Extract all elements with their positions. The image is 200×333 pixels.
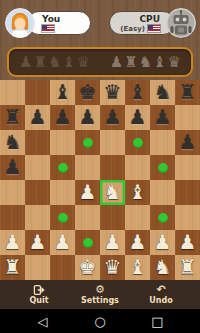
square-e8[interactable]: ♛ (100, 80, 125, 105)
square-h5[interactable] (175, 155, 200, 180)
legal-move-dot (158, 163, 168, 173)
black-knight: ♞ (150, 80, 175, 105)
square-h2[interactable]: ♟ (175, 230, 200, 255)
square-b4[interactable] (25, 180, 50, 205)
settings-gear-icon: ⚙ (95, 284, 105, 296)
square-g3[interactable] (150, 205, 175, 230)
settings-button[interactable]: ⚙ Settings (78, 284, 122, 305)
legal-move-dot (58, 213, 68, 223)
legal-move-dot (58, 163, 68, 173)
square-e2[interactable]: ♟ (100, 230, 125, 255)
ghost-knight-icon: ♞ (48, 51, 61, 73)
square-f6[interactable] (125, 130, 150, 155)
cpu-level: (Easy) (120, 25, 145, 33)
square-e6[interactable] (100, 130, 125, 155)
white-king: ♚ (75, 255, 100, 280)
white-bishop: ♝ (125, 180, 150, 205)
square-f8[interactable]: ♝ (125, 80, 150, 105)
ghost-pawn-icon: ♟ (110, 51, 123, 73)
square-e5[interactable] (100, 155, 125, 180)
ghost-knight-icon: ♞ (139, 51, 152, 73)
legal-move-dot (83, 138, 93, 148)
square-a8[interactable] (0, 80, 25, 105)
ghost-rook-icon: ♜ (33, 51, 46, 73)
black-pawn: ♟ (150, 105, 175, 130)
android-recents-icon[interactable]: □ (143, 315, 173, 328)
undo-arrow-icon: ↶ (156, 284, 165, 296)
square-h6[interactable]: ♟ (175, 130, 200, 155)
player-card-you: You (5, 8, 91, 38)
you-us-flag-icon (42, 25, 54, 32)
square-f7[interactable]: ♟ (125, 105, 150, 130)
captured-black-ghosts: ♟♜♞♝♛ (19, 51, 90, 73)
square-d4[interactable]: ♟ (75, 180, 100, 205)
white-bishop: ♝ (125, 255, 150, 280)
android-home-icon[interactable]: ○ (85, 315, 115, 328)
player-card-cpu: CPU (Easy) (109, 8, 196, 38)
ghost-rook-icon: ♜ (124, 51, 137, 73)
square-a3[interactable] (0, 205, 25, 230)
square-g4[interactable] (150, 180, 175, 205)
square-b7[interactable]: ♟ (25, 105, 50, 130)
black-pawn: ♟ (50, 105, 75, 130)
square-h3[interactable] (175, 205, 200, 230)
ghost-bishop-icon: ♝ (62, 51, 75, 73)
white-queen: ♛ (100, 255, 125, 280)
captured-pieces-tray: ♟♜♞♝♛ ♟♜♞♝♛ (7, 47, 193, 77)
square-b2[interactable]: ♟ (25, 230, 50, 255)
ghost-queen-icon: ♛ (77, 51, 90, 73)
cpu-name: CPU (139, 14, 160, 24)
square-c2[interactable]: ♟ (50, 230, 75, 255)
you-pill: You (27, 11, 91, 35)
square-d3[interactable] (75, 205, 100, 230)
black-rook: ♜ (175, 80, 200, 105)
black-pawn: ♟ (175, 130, 200, 155)
legal-move-dot (158, 213, 168, 223)
square-g5[interactable] (150, 155, 175, 180)
black-knight: ♞ (0, 130, 25, 155)
square-d6[interactable] (75, 130, 100, 155)
square-c6[interactable] (50, 130, 75, 155)
square-a7[interactable]: ♜ (0, 105, 25, 130)
ghost-pawn-icon: ♟ (19, 51, 32, 73)
black-rook: ♜ (0, 105, 25, 130)
legal-move-dot (133, 138, 143, 148)
android-back-icon[interactable]: ◁ (28, 315, 58, 328)
square-c8[interactable]: ♝ (50, 80, 75, 105)
you-avatar-icon (5, 8, 35, 38)
square-g2[interactable]: ♟ (150, 230, 175, 255)
square-a6[interactable]: ♞ (0, 130, 25, 155)
square-d7[interactable]: ♟ (75, 105, 100, 130)
white-pawn: ♟ (75, 180, 100, 205)
square-b8[interactable] (25, 80, 50, 105)
square-f4[interactable]: ♝ (125, 180, 150, 205)
black-bishop: ♝ (50, 80, 75, 105)
black-pawn: ♟ (125, 105, 150, 130)
square-c5[interactable] (50, 155, 75, 180)
undo-button[interactable]: ↶ Undo (139, 284, 183, 305)
white-pawn: ♟ (175, 230, 200, 255)
ghost-queen-icon: ♛ (168, 51, 181, 73)
square-f3[interactable] (125, 205, 150, 230)
square-d5[interactable] (75, 155, 100, 180)
white-pawn: ♟ (150, 230, 175, 255)
chess-app: You CPU (Easy) (0, 0, 200, 333)
black-king: ♚ (75, 80, 100, 105)
legal-move-dot (83, 238, 93, 248)
square-c3[interactable] (50, 205, 75, 230)
square-h8[interactable]: ♜ (175, 80, 200, 105)
black-pawn: ♟ (75, 105, 100, 130)
square-a5[interactable]: ♟ (0, 155, 25, 180)
bottom-toolbar: Quit ⚙ Settings ↶ Undo (0, 280, 200, 309)
square-f1[interactable]: ♝ (125, 255, 150, 280)
square-g1[interactable]: ♞ (150, 255, 175, 280)
square-e7[interactable]: ♟ (100, 105, 125, 130)
quit-button[interactable]: Quit (17, 284, 61, 305)
quit-exit-icon (33, 284, 45, 296)
square-h1[interactable]: ♜ (175, 255, 200, 280)
cpu-us-flag-icon (148, 25, 160, 32)
captured-white-ghosts: ♟♜♞♝♛ (110, 51, 181, 73)
black-queen: ♛ (100, 80, 125, 105)
white-pawn: ♟ (25, 230, 50, 255)
square-f2[interactable]: ♟ (125, 230, 150, 255)
square-d8[interactable]: ♚ (75, 80, 100, 105)
square-e1[interactable]: ♛ (100, 255, 125, 280)
white-pawn: ♟ (100, 230, 125, 255)
square-d1[interactable]: ♚ (75, 255, 100, 280)
square-c7[interactable]: ♟ (50, 105, 75, 130)
white-knight: ♞ (100, 180, 125, 205)
white-knight: ♞ (150, 255, 175, 280)
settings-label: Settings (81, 296, 119, 305)
square-e4[interactable]: ♞ (100, 180, 125, 205)
square-f5[interactable] (125, 155, 150, 180)
square-e3[interactable] (100, 205, 125, 230)
square-c1[interactable] (50, 255, 75, 280)
square-b6[interactable] (25, 130, 50, 155)
square-d2[interactable] (75, 230, 100, 255)
square-a2[interactable]: ♟ (0, 230, 25, 255)
square-g8[interactable]: ♞ (150, 80, 175, 105)
black-pawn: ♟ (100, 105, 125, 130)
square-b1[interactable] (25, 255, 50, 280)
undo-label: Undo (149, 296, 172, 305)
square-a1[interactable]: ♜ (0, 255, 25, 280)
square-g6[interactable] (150, 130, 175, 155)
square-b3[interactable] (25, 205, 50, 230)
chess-board: ♝♚♛♝♞♜♜♟♟♟♟♟♟♞♟♟♟♞♝♟♟♟♟♟♟♟♜♚♛♝♞♜ (0, 80, 200, 280)
you-name: You (42, 14, 90, 24)
white-pawn: ♟ (125, 230, 150, 255)
white-pawn: ♟ (50, 230, 75, 255)
black-pawn: ♟ (25, 105, 50, 130)
quit-label: Quit (29, 296, 48, 305)
black-bishop: ♝ (125, 80, 150, 105)
square-h4[interactable] (175, 180, 200, 205)
black-pawn: ♟ (0, 155, 25, 180)
square-c4[interactable] (50, 180, 75, 205)
cpu-robot-icon (166, 8, 196, 38)
square-h7[interactable] (175, 105, 200, 130)
square-b5[interactable] (25, 155, 50, 180)
square-a4[interactable] (0, 180, 25, 205)
square-g7[interactable]: ♟ (150, 105, 175, 130)
android-nav-bar: ◁ ○ □ (0, 309, 200, 333)
white-pawn: ♟ (0, 230, 25, 255)
ghost-bishop-icon: ♝ (153, 51, 166, 73)
white-rook: ♜ (0, 255, 25, 280)
top-bar: You CPU (Easy) (0, 0, 200, 44)
white-rook: ♜ (175, 255, 200, 280)
